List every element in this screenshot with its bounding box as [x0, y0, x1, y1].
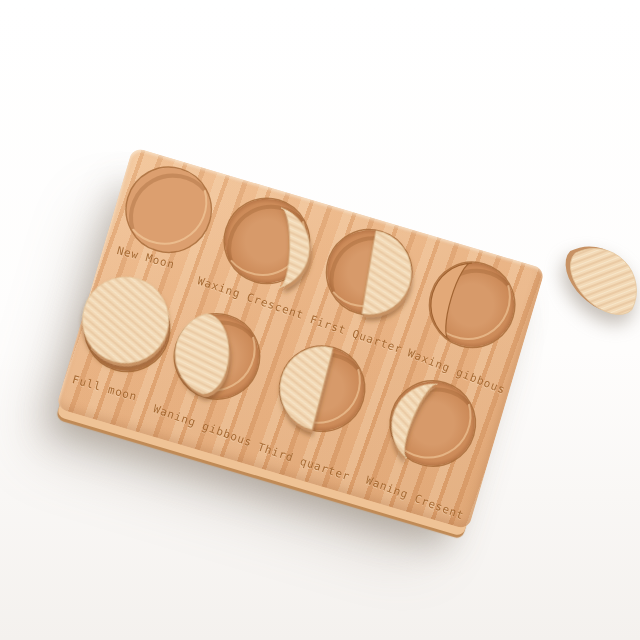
piece-loose-gibbous[interactable]: [545, 240, 640, 340]
slot-waxing-gibbous: [410, 243, 534, 367]
label-third-quarter: Third quarter: [256, 441, 352, 484]
puzzle-board: New Moon Waxing Crescent First Quarter W…: [56, 147, 546, 530]
slot-first-quarter: [307, 210, 431, 334]
photo-scene: New Moon Waxing Crescent First Quarter W…: [0, 0, 640, 640]
slot-third-quarter: [260, 327, 384, 451]
recess-waxing-gibbous: [419, 252, 525, 358]
